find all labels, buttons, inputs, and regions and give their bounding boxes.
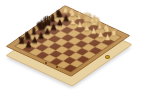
piece-wP-r2c8[interactable]: ♟ [103,34,112,42]
hinge-pin-icon [56,66,58,68]
hinge-pin-icon [45,62,47,64]
chess-set-photo: ♜♞♞♝♟♝♛♟♟♛♚♟♟♚♝♟♟♝♞♟♟♞♜♟♟♜♟♟ [0,0,150,100]
piece-bP-r8c2[interactable]: ♟ [24,41,33,49]
brass-clasp-icon [105,55,110,59]
